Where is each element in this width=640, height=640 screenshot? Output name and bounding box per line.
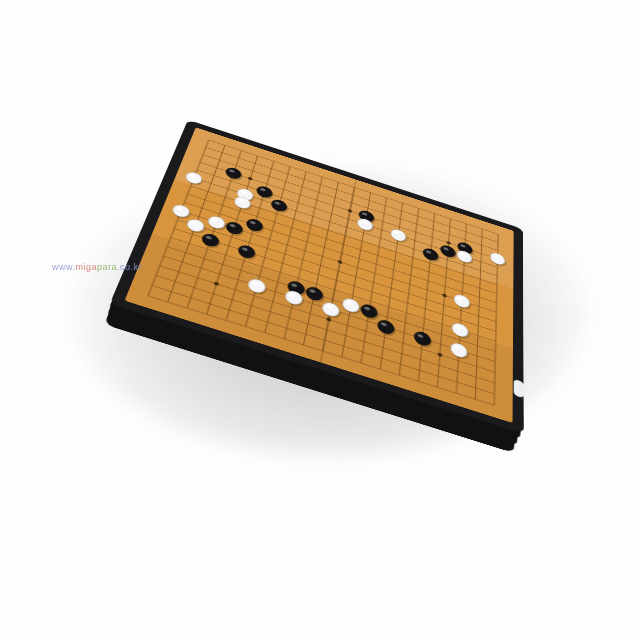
go-board <box>110 120 524 434</box>
watermark-text: .co.kr <box>117 262 142 272</box>
watermark-text: www. <box>52 262 76 272</box>
scene <box>0 0 640 640</box>
watermark-text: miga <box>76 262 98 272</box>
watermark-text: para <box>97 262 117 272</box>
product-photo-canvas: www.migapara.co.kr <box>0 0 640 640</box>
watermark: www.migapara.co.kr <box>52 262 142 272</box>
